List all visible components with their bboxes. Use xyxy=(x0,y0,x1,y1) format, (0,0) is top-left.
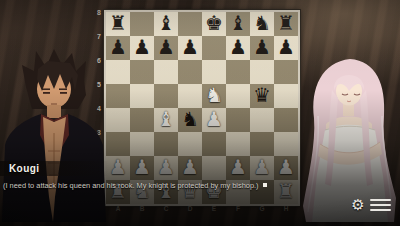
square-e7[interactable] xyxy=(202,36,226,60)
piece-black-pawn: ♟ xyxy=(253,37,271,57)
piece-white-pawn: ♟ xyxy=(133,157,151,177)
menu-button[interactable] xyxy=(370,199,391,213)
square-f7[interactable]: ♟ xyxy=(226,36,250,60)
square-g7[interactable]: ♟ xyxy=(250,36,274,60)
square-h4[interactable] xyxy=(274,108,298,132)
piece-white-pawn: ♟ xyxy=(109,157,127,177)
square-f8[interactable]: ♝ xyxy=(226,12,250,36)
chess-board[interactable]: ♜♝♚♝♞♜♟♟♟♟♟♟♟♞♛♝♞♟♟♟♟♟♟♟♟♜♞♝♛♚♜ xyxy=(106,12,298,204)
square-b2[interactable]: ♟ xyxy=(130,156,154,180)
square-e2[interactable] xyxy=(202,156,226,180)
chess-board-frame: ♜♝♚♝♞♜♟♟♟♟♟♟♟♞♛♝♞♟♟♟♟♟♟♟♟♜♞♝♛♚♜ xyxy=(104,10,300,206)
gear-icon: ⚙ xyxy=(351,196,364,214)
square-h3[interactable] xyxy=(274,132,298,156)
speaker-name: Kougi xyxy=(9,163,39,174)
square-f2[interactable]: ♟ xyxy=(226,156,250,180)
piece-black-knight: ♞ xyxy=(181,109,199,129)
piece-white-pawn: ♟ xyxy=(277,157,295,177)
piece-white-bishop: ♝ xyxy=(157,109,175,129)
piece-black-pawn: ♟ xyxy=(157,37,175,57)
square-f5[interactable] xyxy=(226,84,250,108)
settings-button[interactable]: ⚙ xyxy=(349,196,367,214)
square-g2[interactable]: ♟ xyxy=(250,156,274,180)
square-a3[interactable] xyxy=(106,132,130,156)
rank-label-3: 3 xyxy=(90,129,101,136)
square-d8[interactable] xyxy=(178,12,202,36)
square-e4[interactable]: ♟ xyxy=(202,108,226,132)
square-a4[interactable] xyxy=(106,108,130,132)
piece-black-bishop: ♝ xyxy=(157,13,175,33)
square-f3[interactable] xyxy=(226,132,250,156)
character-kougi xyxy=(0,47,110,226)
square-c5[interactable] xyxy=(154,84,178,108)
square-b8[interactable] xyxy=(130,12,154,36)
square-b3[interactable] xyxy=(130,132,154,156)
piece-black-pawn: ♟ xyxy=(181,37,199,57)
square-g8[interactable]: ♞ xyxy=(250,12,274,36)
piece-white-knight: ♞ xyxy=(205,85,223,105)
file-label-b: B xyxy=(130,205,154,212)
piece-black-queen: ♛ xyxy=(253,85,271,105)
piece-black-bishop: ♝ xyxy=(229,13,247,33)
file-label-g: G xyxy=(250,205,274,212)
square-c4[interactable]: ♝ xyxy=(154,108,178,132)
square-d5[interactable] xyxy=(178,84,202,108)
game-scene: ♜♝♚♝♞♜♟♟♟♟♟♟♟♞♛♝♞♟♟♟♟♟♟♟♟♜♞♝♛♚♜ 87654321… xyxy=(0,0,400,226)
square-h6[interactable] xyxy=(274,60,298,84)
square-g5[interactable]: ♛ xyxy=(250,84,274,108)
square-e3[interactable] xyxy=(202,132,226,156)
square-g6[interactable] xyxy=(250,60,274,84)
piece-black-king: ♚ xyxy=(205,13,223,33)
square-c7[interactable]: ♟ xyxy=(154,36,178,60)
file-label-c: C xyxy=(154,205,178,212)
square-b6[interactable] xyxy=(130,60,154,84)
square-a2[interactable]: ♟ xyxy=(106,156,130,180)
dialogue-text: (I need to attack his queen and his rook… xyxy=(3,181,267,190)
piece-black-knight: ♞ xyxy=(253,13,271,33)
rank-label-7: 7 xyxy=(90,33,101,40)
rank-label-6: 6 xyxy=(90,57,101,64)
file-label-f: F xyxy=(226,205,250,212)
square-a7[interactable]: ♟ xyxy=(106,36,130,60)
square-b5[interactable] xyxy=(130,84,154,108)
square-h7[interactable]: ♟ xyxy=(274,36,298,60)
square-a6[interactable] xyxy=(106,60,130,84)
piece-white-pawn: ♟ xyxy=(181,157,199,177)
square-h8[interactable]: ♜ xyxy=(274,12,298,36)
square-d7[interactable]: ♟ xyxy=(178,36,202,60)
square-f6[interactable] xyxy=(226,60,250,84)
square-a5[interactable] xyxy=(106,84,130,108)
square-d4[interactable]: ♞ xyxy=(178,108,202,132)
square-g3[interactable] xyxy=(250,132,274,156)
square-c6[interactable] xyxy=(154,60,178,84)
piece-black-pawn: ♟ xyxy=(229,37,247,57)
square-c8[interactable]: ♝ xyxy=(154,12,178,36)
piece-black-rook: ♜ xyxy=(277,13,295,33)
file-label-a: A xyxy=(106,205,130,212)
square-a8[interactable]: ♜ xyxy=(106,12,130,36)
file-label-d: D xyxy=(178,205,202,212)
rank-label-2: 2 xyxy=(90,153,101,160)
square-e5[interactable]: ♞ xyxy=(202,84,226,108)
square-d6[interactable] xyxy=(178,60,202,84)
piece-white-pawn: ♟ xyxy=(253,157,271,177)
file-label-h: H xyxy=(274,205,298,212)
square-h2[interactable]: ♟ xyxy=(274,156,298,180)
square-d3[interactable] xyxy=(178,132,202,156)
hamburger-icon xyxy=(370,199,391,201)
rank-label-8: 8 xyxy=(90,9,101,16)
piece-black-pawn: ♟ xyxy=(109,37,127,57)
rank-label-5: 5 xyxy=(90,81,101,88)
rank-label-4: 4 xyxy=(90,105,101,112)
square-e8[interactable]: ♚ xyxy=(202,12,226,36)
square-c3[interactable] xyxy=(154,132,178,156)
square-c2[interactable]: ♟ xyxy=(154,156,178,180)
square-e6[interactable] xyxy=(202,60,226,84)
piece-white-pawn: ♟ xyxy=(229,157,247,177)
dialogue-box[interactable]: (I need to attack his queen and his rook… xyxy=(0,178,400,196)
speaker-name-tag: Kougi xyxy=(0,161,108,176)
piece-white-pawn: ♟ xyxy=(205,109,223,129)
square-h5[interactable] xyxy=(274,84,298,108)
square-b4[interactable] xyxy=(130,108,154,132)
piece-black-pawn: ♟ xyxy=(133,37,151,57)
file-label-e: E xyxy=(202,205,226,212)
piece-black-pawn: ♟ xyxy=(277,37,295,57)
square-f4[interactable] xyxy=(226,108,250,132)
continue-indicator xyxy=(263,183,267,187)
square-d2[interactable]: ♟ xyxy=(178,156,202,180)
square-b7[interactable]: ♟ xyxy=(130,36,154,60)
square-g4[interactable] xyxy=(250,108,274,132)
piece-white-pawn: ♟ xyxy=(157,157,175,177)
piece-black-rook: ♜ xyxy=(109,13,127,33)
